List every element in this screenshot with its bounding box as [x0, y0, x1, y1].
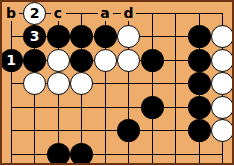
white-stone [23, 72, 46, 95]
white-stone [211, 96, 234, 119]
point-label-d: d [121, 6, 136, 21]
black-stone [70, 143, 93, 166]
black-stone [188, 96, 211, 119]
black-stone-3: 3 [23, 25, 46, 48]
black-stone [117, 119, 140, 142]
black-stone [47, 25, 70, 48]
white-stone [94, 49, 117, 72]
white-stone [70, 72, 93, 95]
point-label-b: b [4, 6, 19, 21]
black-stone [141, 49, 164, 72]
white-stone [47, 72, 70, 95]
black-stone [23, 49, 46, 72]
black-stone [94, 25, 117, 48]
go-board: bcad231 [0, 0, 234, 165]
grid-line-horizontal [11, 154, 224, 155]
black-stone [188, 25, 211, 48]
white-stone [211, 72, 234, 95]
black-stone-1: 1 [0, 49, 23, 72]
black-stone [188, 72, 211, 95]
white-stone [211, 49, 234, 72]
white-stone [47, 49, 70, 72]
white-stone [117, 25, 140, 48]
white-stone [211, 119, 234, 142]
point-label-c: c [51, 6, 66, 21]
black-stone [188, 119, 211, 142]
white-stone [211, 25, 234, 48]
black-stone [70, 49, 93, 72]
white-stone-2: 2 [23, 2, 46, 25]
black-stone [188, 49, 211, 72]
white-stone [117, 49, 140, 72]
black-stone [141, 96, 164, 119]
black-stone [47, 143, 70, 166]
point-label-a: a [98, 6, 113, 21]
black-stone [70, 25, 93, 48]
